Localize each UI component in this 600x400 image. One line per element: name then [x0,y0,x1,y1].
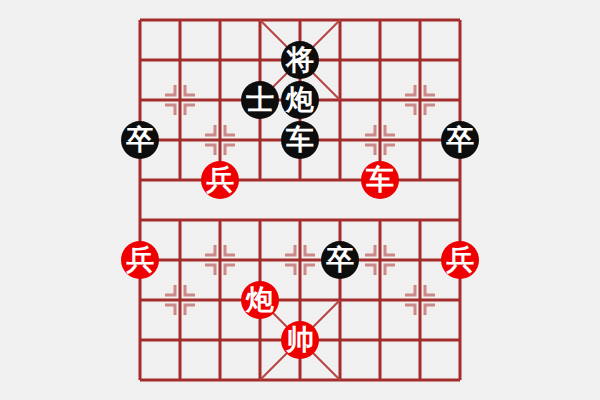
piece-glyph: 卒 [446,126,474,154]
piece-black-advisor[interactable]: 士 [241,81,279,119]
piece-black-soldier[interactable]: 卒 [121,121,159,159]
piece-glyph: 将 [286,46,314,74]
piece-black-soldier[interactable]: 卒 [441,121,479,159]
piece-black-chariot[interactable]: 车 [281,121,319,159]
piece-glyph: 卒 [326,246,354,274]
piece-black-general[interactable]: 将 [281,41,319,79]
piece-glyph: 兵 [126,246,154,274]
piece-black-soldier[interactable]: 卒 [321,241,359,279]
piece-red-soldier[interactable]: 兵 [121,241,159,279]
piece-glyph: 车 [286,126,314,154]
piece-red-cannon[interactable]: 炮 [241,281,279,319]
xiangqi-board[interactable]: 将士炮卒车卒兵车兵卒兵炮帅 [0,0,600,400]
piece-red-soldier[interactable]: 兵 [201,161,239,199]
piece-glyph: 炮 [246,286,274,314]
piece-glyph: 卒 [126,126,154,154]
piece-red-soldier[interactable]: 兵 [441,241,479,279]
piece-glyph: 帅 [286,326,314,354]
piece-red-general[interactable]: 帅 [281,321,319,359]
piece-glyph: 士 [246,86,274,114]
piece-glyph: 兵 [446,246,474,274]
piece-glyph: 车 [366,166,394,194]
piece-red-chariot[interactable]: 车 [361,161,399,199]
pieces-layer: 将士炮卒车卒兵车兵卒兵炮帅 [120,0,480,400]
piece-black-cannon[interactable]: 炮 [281,81,319,119]
piece-glyph: 兵 [206,166,234,194]
piece-glyph: 炮 [286,86,314,114]
